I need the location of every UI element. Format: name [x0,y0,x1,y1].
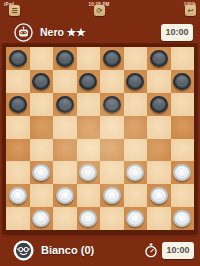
undo-icon: ↩ [188,7,194,14]
board-square-r1c3[interactable] [77,70,101,93]
board-square-r5c5[interactable] [124,161,148,184]
board-square-r7c2 [53,207,77,230]
board-square-r0c7 [171,47,195,70]
black-piece[interactable] [150,50,168,67]
board-square-r4c3 [77,139,101,162]
player-face-icon [13,240,34,261]
white-piece[interactable] [126,210,144,227]
player-bar: Bianco (0) 10:00 [0,236,200,264]
board-square-r7c0 [6,207,30,230]
board-square-r2c5 [124,93,148,116]
restart-button[interactable]: ⟳ [94,5,105,16]
board-square-r3c3[interactable] [77,116,101,139]
board-square-r7c7[interactable] [171,207,195,230]
board-square-r7c6 [147,207,171,230]
stopwatch-icon [144,243,158,258]
board-square-r0c1 [30,47,54,70]
black-piece[interactable] [9,50,27,67]
restart-icon: ⟳ [97,7,103,14]
board-square-r5c0 [6,161,30,184]
black-piece[interactable] [56,50,74,67]
board-square-r6c6[interactable] [147,184,171,207]
white-piece[interactable] [150,187,168,204]
board-square-r4c1 [30,139,54,162]
opponent-clock-value: 10:00 [165,27,188,37]
board-square-r4c5 [124,139,148,162]
player-clock: 10:00 [162,242,194,259]
board-square-r1c4 [100,70,124,93]
board-square-r1c1[interactable] [30,70,54,93]
board-square-r0c3 [77,47,101,70]
board-square-r4c0[interactable] [6,139,30,162]
board-square-r5c3[interactable] [77,161,101,184]
checkers-app: iPad 10:28 PM 100% ☰ ⟳ ↩ Nero ★★ 10:00 [0,0,200,266]
board-square-r5c7[interactable] [171,161,195,184]
board-square-r6c2[interactable] [53,184,77,207]
board-grid [6,47,194,230]
board-square-r5c1[interactable] [30,161,54,184]
menu-icon: ☰ [11,7,17,14]
white-piece[interactable] [173,210,191,227]
board-square-r2c4[interactable] [100,93,124,116]
board-square-r2c6[interactable] [147,93,171,116]
board-square-r7c3[interactable] [77,207,101,230]
opponent-name: Nero ★★ [40,26,86,38]
board-square-r6c1 [30,184,54,207]
black-piece[interactable] [32,73,50,90]
board-square-r1c0 [6,70,30,93]
white-piece[interactable] [173,164,191,181]
board-square-r3c5[interactable] [124,116,148,139]
board-square-r2c3 [77,93,101,116]
board-square-r0c2[interactable] [53,47,77,70]
board-square-r0c0[interactable] [6,47,30,70]
undo-button[interactable]: ↩ [185,5,196,16]
opponent-clock: 10:00 [161,24,193,41]
black-piece[interactable] [56,96,74,113]
white-piece[interactable] [32,210,50,227]
menu-button[interactable]: ☰ [9,5,20,16]
board-square-r6c4[interactable] [100,184,124,207]
black-piece[interactable] [103,96,121,113]
white-piece[interactable] [79,164,97,181]
board-square-r4c7 [171,139,195,162]
board-square-r1c6 [147,70,171,93]
board-square-r2c2[interactable] [53,93,77,116]
white-piece[interactable] [32,164,50,181]
black-piece[interactable] [173,73,191,90]
board-square-r6c3 [77,184,101,207]
white-piece[interactable] [56,187,74,204]
board-square-r5c2 [53,161,77,184]
board-square-r7c4 [100,207,124,230]
board-square-r3c4 [100,116,124,139]
white-piece[interactable] [126,164,144,181]
board-square-r0c4[interactable] [100,47,124,70]
board-square-r1c2 [53,70,77,93]
black-piece[interactable] [150,96,168,113]
board-square-r6c7 [171,184,195,207]
black-piece[interactable] [79,73,97,90]
player-name: Bianco (0) [41,244,94,256]
black-piece[interactable] [103,50,121,67]
black-piece[interactable] [9,96,27,113]
checkers-board [3,44,197,233]
board-square-r3c6 [147,116,171,139]
board-square-r0c6[interactable] [147,47,171,70]
board-square-r3c1[interactable] [30,116,54,139]
board-square-r3c7[interactable] [171,116,195,139]
board-square-r4c6[interactable] [147,139,171,162]
board-square-r4c4[interactable] [100,139,124,162]
player-clock-value: 10:00 [166,245,189,255]
opponent-header: Nero ★★ 10:00 [0,21,200,43]
board-square-r2c7 [171,93,195,116]
board-square-r1c7[interactable] [171,70,195,93]
board-square-r3c0 [6,116,30,139]
white-piece[interactable] [9,187,27,204]
board-square-r7c5[interactable] [124,207,148,230]
board-square-r6c0[interactable] [6,184,30,207]
white-piece[interactable] [79,210,97,227]
board-square-r0c5 [124,47,148,70]
board-square-r6c5 [124,184,148,207]
board-square-r2c1 [30,93,54,116]
black-piece[interactable] [126,73,144,90]
board-square-r7c1[interactable] [30,207,54,230]
board-square-r4c2[interactable] [53,139,77,162]
board-square-r5c4 [100,161,124,184]
board-square-r5c6 [147,161,171,184]
robot-icon [14,23,33,42]
board-square-r2c0[interactable] [6,93,30,116]
white-piece[interactable] [103,187,121,204]
board-square-r1c5[interactable] [124,70,148,93]
board-square-r3c2 [53,116,77,139]
